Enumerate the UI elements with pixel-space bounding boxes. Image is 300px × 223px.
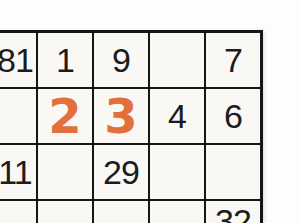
cell-value-user: 2 xyxy=(48,92,81,140)
cell-r3c2[interactable] xyxy=(38,145,92,199)
cell-r2c5[interactable]: 6 xyxy=(206,89,260,143)
cell-value-given: 32 xyxy=(215,204,251,223)
cell-r3c4[interactable] xyxy=(150,145,204,199)
cell-r1c3[interactable]: 9 xyxy=(94,33,148,87)
cell-value-given: 7 xyxy=(224,43,242,77)
cell-r4c5[interactable]: 32 xyxy=(206,201,260,223)
cell-r3c3[interactable]: 29 xyxy=(94,145,148,199)
cell-value-given: 29 xyxy=(103,155,139,189)
cell-r1c5[interactable]: 7 xyxy=(206,33,260,87)
cell-r4c3[interactable] xyxy=(94,201,148,223)
cell-value-given: 4 xyxy=(168,99,186,133)
cell-value-user: 3 xyxy=(104,92,137,140)
cell-r2c4[interactable]: 4 xyxy=(150,89,204,143)
cell-r1c2[interactable]: 1 xyxy=(38,33,92,87)
cell-r3c1[interactable]: 11 xyxy=(0,145,36,199)
cell-r4c2[interactable] xyxy=(38,201,92,223)
cell-r2c1[interactable] xyxy=(0,89,36,143)
cell-value-given: 11 xyxy=(0,155,32,189)
cell-r2c3[interactable]: 3 xyxy=(94,89,148,143)
cell-r4c1[interactable] xyxy=(0,201,36,223)
puzzle-screenshot: 811972346112932 xyxy=(0,0,300,223)
cell-r2c2[interactable]: 2 xyxy=(38,89,92,143)
cell-value-given: 9 xyxy=(112,43,130,77)
cell-r1c1[interactable]: 81 xyxy=(0,33,36,87)
cell-r4c4[interactable] xyxy=(150,201,204,223)
cell-r1c4[interactable] xyxy=(150,33,204,87)
cell-value-given: 81 xyxy=(0,43,33,77)
puzzle-board: 811972346112932 xyxy=(0,30,263,223)
cell-value-given: 1 xyxy=(56,43,74,77)
cell-r3c5[interactable] xyxy=(206,145,260,199)
cell-value-given: 6 xyxy=(224,99,242,133)
